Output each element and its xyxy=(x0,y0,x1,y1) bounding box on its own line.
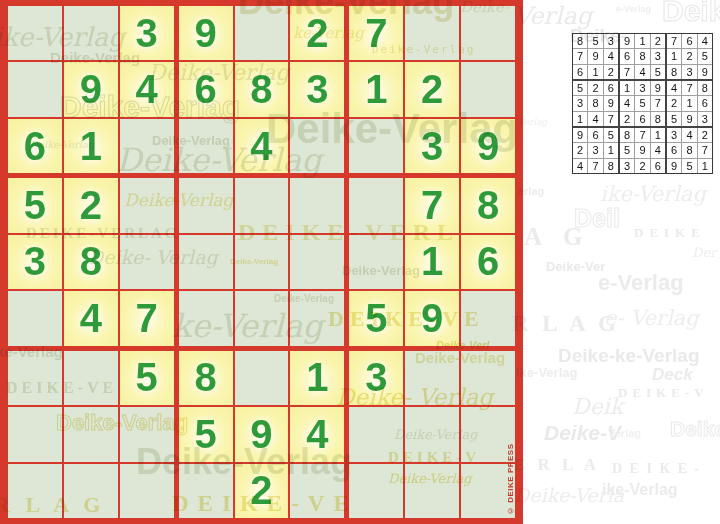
puzzle-box-7: 5 xyxy=(8,351,174,518)
puzzle-cell-r9c5[interactable]: 2 xyxy=(235,464,289,518)
solution-cell-r1c7: 7 xyxy=(667,34,681,48)
watermark-text: Deike-Ver xyxy=(546,260,605,273)
puzzle-cell-r4c8[interactable]: 7 xyxy=(405,178,459,232)
puzzle-cell-r6c6[interactable] xyxy=(290,291,344,345)
puzzle-cell-r4c5[interactable] xyxy=(235,178,289,232)
solution-cell-r7c6: 1 xyxy=(651,128,665,142)
watermark-text: Verlag xyxy=(608,428,641,439)
puzzle-box-5 xyxy=(179,178,345,345)
solution-cell-r7c9: 2 xyxy=(698,128,712,142)
puzzle-cell-r4c7[interactable] xyxy=(349,178,403,232)
puzzle-cell-r7c8[interactable] xyxy=(405,351,459,405)
solution-cell-r1c3: 3 xyxy=(604,34,618,48)
puzzle-box-6: 781659 xyxy=(349,178,515,345)
watermark-text: e-Verlag xyxy=(598,272,684,294)
puzzle-cell-r2c1[interactable] xyxy=(8,62,62,116)
solution-cell-r1c4: 9 xyxy=(620,34,634,48)
solution-cell-r7c4: 8 xyxy=(620,128,634,142)
puzzle-cell-r6c8[interactable]: 9 xyxy=(405,291,459,345)
watermark-text: ike-Verlag xyxy=(600,184,706,205)
solution-cell-r6c2: 4 xyxy=(588,112,602,126)
puzzle-cell-r1c5[interactable] xyxy=(235,6,289,60)
puzzle-cell-r9c4[interactable] xyxy=(179,464,233,518)
solution-cell-r2c4: 6 xyxy=(620,49,634,63)
solution-cell-r4c8: 7 xyxy=(682,81,696,95)
puzzle-cell-r3c3[interactable] xyxy=(120,119,174,173)
solution-cell-r5c6: 7 xyxy=(651,96,665,110)
solution-cell-r2c3: 4 xyxy=(604,49,618,63)
solution-cell-r7c3: 5 xyxy=(604,128,618,142)
puzzle-cell-r5c7[interactable] xyxy=(349,235,403,289)
puzzle-cell-r9c1[interactable] xyxy=(8,464,62,518)
solution-cell-r5c3: 9 xyxy=(604,96,618,110)
puzzle-cell-r7c6[interactable]: 1 xyxy=(290,351,344,405)
solution-cell-r6c3: 7 xyxy=(604,112,618,126)
puzzle-cell-r1c1[interactable] xyxy=(8,6,62,60)
solution-cell-r2c5: 8 xyxy=(635,49,649,63)
puzzle-cell-r6c3[interactable]: 7 xyxy=(120,291,174,345)
puzzle-cell-r9c3[interactable] xyxy=(120,464,174,518)
solution-cell-r5c7: 2 xyxy=(667,96,681,110)
puzzle-cell-r7c9[interactable] xyxy=(461,351,515,405)
watermark-text: D E I K E - xyxy=(612,462,701,476)
solution-cell-r4c1: 5 xyxy=(573,81,587,95)
puzzle-cell-r5c6[interactable] xyxy=(290,235,344,289)
solution-cell-r8c9: 7 xyxy=(698,143,712,157)
puzzle-cell-r3c8[interactable]: 3 xyxy=(405,119,459,173)
solution-box-8: 871594326 xyxy=(620,128,665,173)
puzzle-cell-r8c7[interactable] xyxy=(349,407,403,461)
puzzle-cell-r6c1[interactable] xyxy=(8,291,62,345)
puzzle-cell-r9c6[interactable] xyxy=(290,464,344,518)
solution-cell-r3c8: 3 xyxy=(682,65,696,79)
puzzle-cell-r1c9[interactable] xyxy=(461,6,515,60)
page: 394619268347123952384778165958159423 Ver… xyxy=(0,0,720,524)
solution-cell-r9c6: 6 xyxy=(651,159,665,173)
puzzle-box-9: 3 xyxy=(349,351,515,518)
solution-cell-r2c9: 5 xyxy=(698,49,712,63)
solution-cell-r5c5: 5 xyxy=(635,96,649,110)
puzzle-cell-r6c9[interactable] xyxy=(461,291,515,345)
solution-cell-r1c2: 5 xyxy=(588,34,602,48)
puzzle-cell-r8c2[interactable] xyxy=(64,407,118,461)
solution-cell-r3c6: 5 xyxy=(651,65,665,79)
watermark-text: A G xyxy=(524,224,590,249)
puzzle-cell-r3c9[interactable]: 9 xyxy=(461,119,515,173)
puzzle-cell-r8c8[interactable] xyxy=(405,407,459,461)
puzzle-cell-r1c6[interactable]: 2 xyxy=(290,6,344,60)
solution-box-7: 965231478 xyxy=(573,128,618,173)
puzzle-cell-r6c5[interactable] xyxy=(235,291,289,345)
solution-cell-r4c3: 6 xyxy=(604,81,618,95)
puzzle-cell-r2c4[interactable]: 6 xyxy=(179,62,233,116)
puzzle-cell-r4c3[interactable] xyxy=(120,178,174,232)
watermark-text: ike-Verlag xyxy=(516,366,577,379)
puzzle-cell-r5c8[interactable]: 1 xyxy=(405,235,459,289)
solution-cell-r8c7: 6 xyxy=(667,143,681,157)
solution-cell-r7c8: 4 xyxy=(682,128,696,142)
watermark-text: Deck xyxy=(652,366,693,383)
solution-cell-r1c9: 4 xyxy=(698,34,712,48)
puzzle-cell-r2c7[interactable]: 1 xyxy=(349,62,403,116)
watermark-text: e-Verlag xyxy=(616,5,651,14)
watermark-text: E R L A xyxy=(514,456,600,473)
watermark-text: Deike-V xyxy=(544,422,621,443)
solution-cell-r9c1: 4 xyxy=(573,159,587,173)
solution-cell-r2c8: 2 xyxy=(682,49,696,63)
watermark-text: Deike-Verla xyxy=(514,486,624,505)
puzzle-cell-r1c4[interactable]: 9 xyxy=(179,6,233,60)
sudoku-board-grid: 394619268347123952384778165958159423 xyxy=(8,6,515,518)
puzzle-cell-r8c1[interactable] xyxy=(8,407,62,461)
solution-cell-r4c6: 9 xyxy=(651,81,665,95)
solution-cell-r6c9: 3 xyxy=(698,112,712,126)
solution-cell-r4c9: 8 xyxy=(698,81,712,95)
puzzle-cell-r1c3[interactable]: 3 xyxy=(120,6,174,60)
puzzle-cell-r4c2[interactable]: 2 xyxy=(64,178,118,232)
puzzle-cell-r7c3[interactable]: 5 xyxy=(120,351,174,405)
watermark-text: R L A G xyxy=(512,312,620,335)
solution-box-9: 342687951 xyxy=(667,128,712,173)
solution-cell-r3c5: 4 xyxy=(635,65,649,79)
solution-grid: 8537946129126837457641258395263891471394… xyxy=(572,33,713,174)
puzzle-cell-r2c9[interactable] xyxy=(461,62,515,116)
watermark-text: Verlag xyxy=(514,4,592,28)
solution-cell-r5c1: 3 xyxy=(573,96,587,110)
solution-cell-r2c7: 1 xyxy=(667,49,681,63)
watermark-text: DEIKE xyxy=(634,226,706,239)
puzzle-cell-r1c7[interactable]: 7 xyxy=(349,6,403,60)
watermark-text: ike-Verlag xyxy=(602,482,678,498)
puzzle-cell-r3c1[interactable]: 6 xyxy=(8,119,62,173)
solution-cell-r1c6: 2 xyxy=(651,34,665,48)
copyright-label: © DEIKE PRESS xyxy=(506,441,515,515)
solution-cell-r6c4: 2 xyxy=(620,112,634,126)
puzzle-box-2: 926834 xyxy=(179,6,345,173)
puzzle-cell-r6c4[interactable] xyxy=(179,291,233,345)
solution-cell-r8c5: 9 xyxy=(635,143,649,157)
puzzle-cell-r2c3[interactable]: 4 xyxy=(120,62,174,116)
puzzle-cell-r2c5[interactable]: 8 xyxy=(235,62,289,116)
solution-cell-r9c9: 1 xyxy=(698,159,712,173)
solution-box-3: 764125839 xyxy=(667,34,712,79)
solution-cell-r9c4: 3 xyxy=(620,159,634,173)
solution-cell-r2c1: 7 xyxy=(573,49,587,63)
solution-cell-r8c2: 3 xyxy=(588,143,602,157)
solution-box-5: 139457268 xyxy=(620,81,665,126)
puzzle-cell-r5c9[interactable]: 6 xyxy=(461,235,515,289)
solution-cell-r8c8: 8 xyxy=(682,143,696,157)
solution-box-2: 912683745 xyxy=(620,34,665,79)
solution-cell-r2c2: 9 xyxy=(588,49,602,63)
solution-cell-r6c1: 1 xyxy=(573,112,587,126)
solution-box-4: 526389147 xyxy=(573,81,618,126)
solution-cell-r7c5: 7 xyxy=(635,128,649,142)
puzzle-box-3: 71239 xyxy=(349,6,515,173)
solution-cell-r3c7: 8 xyxy=(667,65,681,79)
puzzle-box-4: 523847 xyxy=(8,178,174,345)
solution-cell-r4c5: 3 xyxy=(635,81,649,95)
solution-cell-r3c4: 7 xyxy=(620,65,634,79)
solution-cell-r9c7: 9 xyxy=(667,159,681,173)
puzzle-cell-r6c2[interactable]: 4 xyxy=(64,291,118,345)
puzzle-cell-r9c7[interactable] xyxy=(349,464,403,518)
solution-cell-r5c9: 6 xyxy=(698,96,712,110)
solution-box-6: 478216593 xyxy=(667,81,712,126)
puzzle-cell-r1c2[interactable] xyxy=(64,6,118,60)
watermark-text: Der xyxy=(692,246,716,259)
puzzle-cell-r2c6[interactable]: 3 xyxy=(290,62,344,116)
puzzle-cell-r8c3[interactable] xyxy=(120,407,174,461)
puzzle-cell-r7c5[interactable] xyxy=(235,351,289,405)
puzzle-cell-r4c9[interactable]: 8 xyxy=(461,178,515,232)
solution-cell-r9c2: 7 xyxy=(588,159,602,173)
puzzle-cell-r3c2[interactable]: 1 xyxy=(64,119,118,173)
solution-cell-r5c2: 8 xyxy=(588,96,602,110)
solution-cell-r3c9: 9 xyxy=(698,65,712,79)
solution-cell-r1c8: 6 xyxy=(682,34,696,48)
puzzle-cell-r3c6[interactable] xyxy=(290,119,344,173)
puzzle-box-1: 39461 xyxy=(8,6,174,173)
solution-cell-r7c7: 3 xyxy=(667,128,681,142)
puzzle-cell-r6c7[interactable]: 5 xyxy=(349,291,403,345)
solution-cell-r4c2: 2 xyxy=(588,81,602,95)
solution-cell-r9c8: 5 xyxy=(682,159,696,173)
watermark-text: Deike-ke-Verlag xyxy=(558,346,700,365)
puzzle-cell-r5c1[interactable]: 3 xyxy=(8,235,62,289)
puzzle-cell-r4c4[interactable] xyxy=(179,178,233,232)
puzzle-cell-r5c3[interactable] xyxy=(120,235,174,289)
solution-cell-r1c5: 1 xyxy=(635,34,649,48)
puzzle-cell-r7c7[interactable]: 3 xyxy=(349,351,403,405)
solution-cell-r4c4: 1 xyxy=(620,81,634,95)
solution-cell-r7c2: 6 xyxy=(588,128,602,142)
solution-box-1: 853794612 xyxy=(573,34,618,79)
watermark-text: Deil xyxy=(574,206,620,231)
puzzle-cell-r7c1[interactable] xyxy=(8,351,62,405)
puzzle-cell-r9c8[interactable] xyxy=(405,464,459,518)
watermark-text: DEIKE-V xyxy=(618,386,709,399)
watermark-text: Deike xyxy=(662,0,720,26)
solution-cell-r6c5: 6 xyxy=(635,112,649,126)
solution-grid-cells: 8537946129126837457641258395263891471394… xyxy=(573,34,712,173)
solution-cell-r8c6: 4 xyxy=(651,143,665,157)
solution-cell-r3c2: 1 xyxy=(588,65,602,79)
puzzle-cell-r9c2[interactable] xyxy=(64,464,118,518)
puzzle-cell-r4c6[interactable] xyxy=(290,178,344,232)
puzzle-cell-r5c5[interactable] xyxy=(235,235,289,289)
puzzle-cell-r1c8[interactable] xyxy=(405,6,459,60)
watermark-text: Deike xyxy=(670,418,720,439)
puzzle-cell-r8c5[interactable]: 9 xyxy=(235,407,289,461)
puzzle-cell-r2c2[interactable]: 9 xyxy=(64,62,118,116)
puzzle-cell-r2c8[interactable]: 2 xyxy=(405,62,459,116)
solution-cell-r3c3: 2 xyxy=(604,65,618,79)
solution-cell-r8c4: 5 xyxy=(620,143,634,157)
solution-cell-r6c7: 5 xyxy=(667,112,681,126)
solution-cell-r1c1: 8 xyxy=(573,34,587,48)
watermark-text: Deik xyxy=(572,396,623,418)
puzzle-cell-r8c6[interactable]: 4 xyxy=(290,407,344,461)
puzzle-cell-r3c5[interactable]: 4 xyxy=(235,119,289,173)
puzzle-cell-r3c7[interactable] xyxy=(349,119,403,173)
puzzle-cell-r5c4[interactable] xyxy=(179,235,233,289)
puzzle-cell-r7c4[interactable]: 8 xyxy=(179,351,233,405)
solution-cell-r5c4: 4 xyxy=(620,96,634,110)
solution-cell-r3c1: 6 xyxy=(573,65,587,79)
watermark-text: e- Verlag xyxy=(604,308,699,329)
solution-cell-r8c1: 2 xyxy=(573,143,587,157)
solution-cell-r7c1: 9 xyxy=(573,128,587,142)
puzzle-cell-r4c1[interactable]: 5 xyxy=(8,178,62,232)
solution-cell-r2c6: 3 xyxy=(651,49,665,63)
solution-cell-r8c3: 1 xyxy=(604,143,618,157)
solution-cell-r4c7: 4 xyxy=(667,81,681,95)
puzzle-cell-r3c4[interactable] xyxy=(179,119,233,173)
solution-cell-r6c6: 8 xyxy=(651,112,665,126)
solution-cell-r5c8: 1 xyxy=(682,96,696,110)
puzzle-cell-r7c2[interactable] xyxy=(64,351,118,405)
puzzle-cell-r5c2[interactable]: 8 xyxy=(64,235,118,289)
solution-cell-r9c3: 8 xyxy=(604,159,618,173)
sudoku-board: 394619268347123952384778165958159423 xyxy=(0,0,523,524)
solution-cell-r9c5: 2 xyxy=(635,159,649,173)
puzzle-box-8: 815942 xyxy=(179,351,345,518)
puzzle-cell-r8c4[interactable]: 5 xyxy=(179,407,233,461)
solution-cell-r6c8: 9 xyxy=(682,112,696,126)
